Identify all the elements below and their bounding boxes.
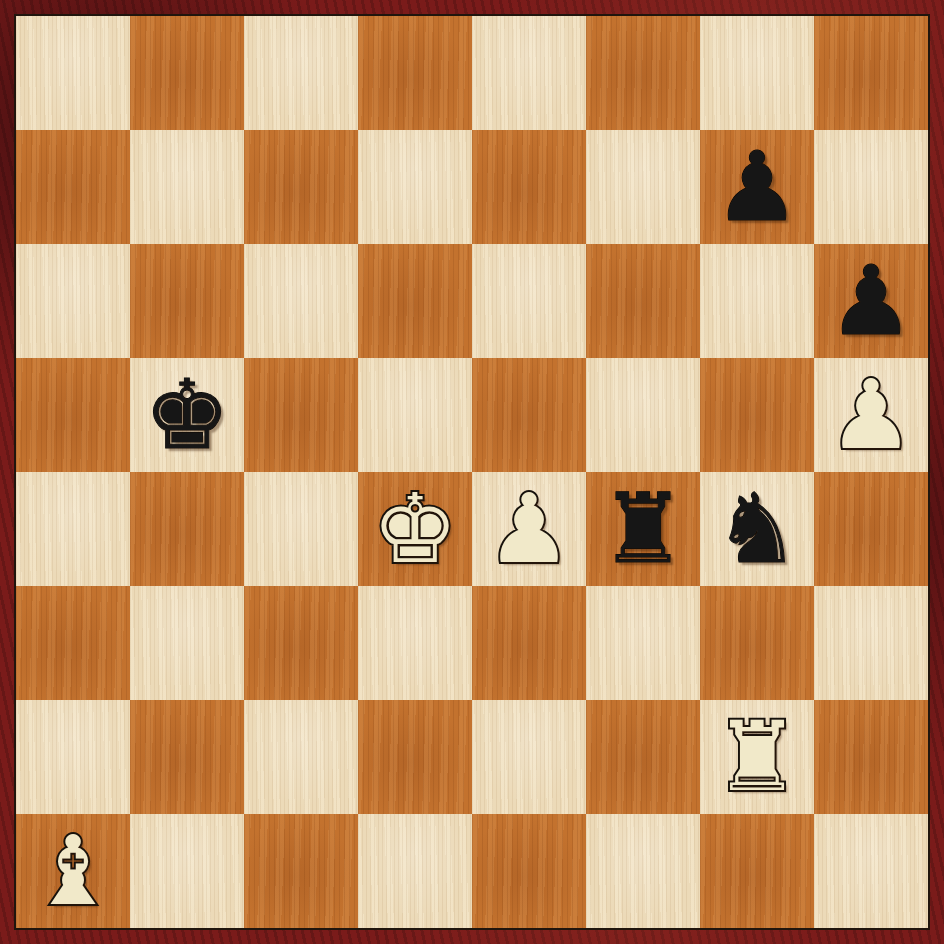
square-f1[interactable] bbox=[586, 814, 700, 928]
square-f5[interactable] bbox=[586, 358, 700, 472]
square-f6[interactable] bbox=[586, 244, 700, 358]
square-g7[interactable]: ♟ bbox=[700, 130, 814, 244]
square-g4[interactable]: ♞ bbox=[700, 472, 814, 586]
square-g3[interactable] bbox=[700, 586, 814, 700]
square-b8[interactable] bbox=[130, 16, 244, 130]
square-a8[interactable] bbox=[16, 16, 130, 130]
square-d6[interactable] bbox=[358, 244, 472, 358]
square-f3[interactable] bbox=[586, 586, 700, 700]
square-a7[interactable] bbox=[16, 130, 130, 244]
square-g8[interactable] bbox=[700, 16, 814, 130]
square-f2[interactable] bbox=[586, 700, 700, 814]
piece-white-bishop[interactable]: ♝ bbox=[16, 814, 130, 928]
square-c7[interactable] bbox=[244, 130, 358, 244]
square-c3[interactable] bbox=[244, 586, 358, 700]
square-b2[interactable] bbox=[130, 700, 244, 814]
square-e4[interactable]: ♟ bbox=[472, 472, 586, 586]
square-a1[interactable]: ♝ bbox=[16, 814, 130, 928]
square-c6[interactable] bbox=[244, 244, 358, 358]
square-e3[interactable] bbox=[472, 586, 586, 700]
square-h1[interactable] bbox=[814, 814, 928, 928]
square-h6[interactable]: ♟ bbox=[814, 244, 928, 358]
square-d7[interactable] bbox=[358, 130, 472, 244]
piece-black-knight[interactable]: ♞ bbox=[700, 472, 814, 586]
square-a6[interactable] bbox=[16, 244, 130, 358]
square-e2[interactable] bbox=[472, 700, 586, 814]
square-d3[interactable] bbox=[358, 586, 472, 700]
square-b1[interactable] bbox=[130, 814, 244, 928]
square-b6[interactable] bbox=[130, 244, 244, 358]
piece-white-pawn[interactable]: ♟ bbox=[814, 358, 928, 472]
piece-white-pawn[interactable]: ♟ bbox=[472, 472, 586, 586]
board-frame: ♟♟♚♟♚♟♜♞♜♝ bbox=[0, 0, 944, 944]
square-c8[interactable] bbox=[244, 16, 358, 130]
square-d5[interactable] bbox=[358, 358, 472, 472]
square-e7[interactable] bbox=[472, 130, 586, 244]
square-f8[interactable] bbox=[586, 16, 700, 130]
square-e8[interactable] bbox=[472, 16, 586, 130]
chess-board: ♟♟♚♟♚♟♜♞♜♝ bbox=[14, 14, 930, 930]
square-h5[interactable]: ♟ bbox=[814, 358, 928, 472]
square-c5[interactable] bbox=[244, 358, 358, 472]
piece-black-king[interactable]: ♚ bbox=[130, 358, 244, 472]
square-a5[interactable] bbox=[16, 358, 130, 472]
square-a3[interactable] bbox=[16, 586, 130, 700]
square-b7[interactable] bbox=[130, 130, 244, 244]
piece-white-rook[interactable]: ♜ bbox=[700, 700, 814, 814]
piece-white-king[interactable]: ♚ bbox=[358, 472, 472, 586]
square-h2[interactable] bbox=[814, 700, 928, 814]
square-f4[interactable]: ♜ bbox=[586, 472, 700, 586]
square-d8[interactable] bbox=[358, 16, 472, 130]
square-b5[interactable]: ♚ bbox=[130, 358, 244, 472]
square-h4[interactable] bbox=[814, 472, 928, 586]
square-g6[interactable] bbox=[700, 244, 814, 358]
square-g2[interactable]: ♜ bbox=[700, 700, 814, 814]
square-e1[interactable] bbox=[472, 814, 586, 928]
square-c1[interactable] bbox=[244, 814, 358, 928]
square-d2[interactable] bbox=[358, 700, 472, 814]
square-d4[interactable]: ♚ bbox=[358, 472, 472, 586]
piece-black-pawn[interactable]: ♟ bbox=[700, 130, 814, 244]
square-b3[interactable] bbox=[130, 586, 244, 700]
square-h7[interactable] bbox=[814, 130, 928, 244]
square-h8[interactable] bbox=[814, 16, 928, 130]
square-h3[interactable] bbox=[814, 586, 928, 700]
piece-black-pawn[interactable]: ♟ bbox=[814, 244, 928, 358]
square-b4[interactable] bbox=[130, 472, 244, 586]
square-e6[interactable] bbox=[472, 244, 586, 358]
square-g1[interactable] bbox=[700, 814, 814, 928]
square-f7[interactable] bbox=[586, 130, 700, 244]
square-g5[interactable] bbox=[700, 358, 814, 472]
square-a4[interactable] bbox=[16, 472, 130, 586]
square-c2[interactable] bbox=[244, 700, 358, 814]
square-d1[interactable] bbox=[358, 814, 472, 928]
square-c4[interactable] bbox=[244, 472, 358, 586]
piece-black-rook[interactable]: ♜ bbox=[586, 472, 700, 586]
square-e5[interactable] bbox=[472, 358, 586, 472]
square-a2[interactable] bbox=[16, 700, 130, 814]
